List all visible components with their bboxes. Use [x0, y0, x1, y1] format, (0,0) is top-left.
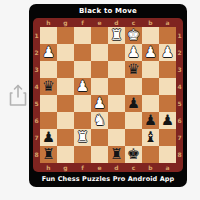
rank-label-7: 7 — [176, 129, 183, 146]
square-g3[interactable] — [57, 61, 74, 78]
rank-label-4: 4 — [176, 78, 183, 95]
file-labels-top: hgfedcba — [40, 18, 176, 27]
square-h8[interactable]: ♜ — [40, 146, 57, 163]
square-g5[interactable] — [57, 95, 74, 112]
square-c1[interactable]: ♚ — [125, 27, 142, 44]
square-a3[interactable] — [159, 61, 176, 78]
file-label-h: h — [40, 163, 57, 172]
square-h2[interactable]: ♟ — [40, 44, 57, 61]
rank-label-5: 5 — [33, 95, 40, 112]
square-d7[interactable] — [108, 129, 125, 146]
piece-black-pawn-h7[interactable]: ♟ — [40, 129, 57, 146]
square-d5[interactable] — [108, 95, 125, 112]
square-e2[interactable] — [91, 44, 108, 61]
rank-label-1: 1 — [176, 27, 183, 44]
square-d4[interactable] — [108, 78, 125, 95]
file-label-c: c — [125, 163, 142, 172]
square-d6[interactable] — [108, 112, 125, 129]
square-c7[interactable] — [125, 129, 142, 146]
square-f3[interactable] — [74, 61, 91, 78]
file-label-b: b — [142, 18, 159, 27]
rank-label-7: 7 — [33, 129, 40, 146]
square-e3[interactable] — [91, 61, 108, 78]
square-e6[interactable]: ♞ — [91, 112, 108, 129]
piece-black-bishop-b7[interactable]: ♝ — [142, 129, 159, 146]
square-a4[interactable] — [159, 78, 176, 95]
square-b5[interactable] — [142, 95, 159, 112]
piece-black-queen-c3[interactable]: ♛ — [125, 61, 142, 78]
file-label-b: b — [142, 163, 159, 172]
square-d2[interactable] — [108, 44, 125, 61]
square-c8[interactable]: ♚ — [125, 146, 142, 163]
piece-white-pawn-b2[interactable]: ♟ — [142, 44, 159, 61]
square-f8[interactable] — [74, 146, 91, 163]
square-g7[interactable] — [57, 129, 74, 146]
square-h3[interactable] — [40, 61, 57, 78]
chess-board: ♜♚♟♟♟♟♛♛♟♟♟♞♟♟♟♜♝♜♜♚ — [40, 27, 176, 163]
piece-white-knight-e6[interactable]: ♞ — [91, 112, 108, 129]
frame-corner — [33, 163, 40, 172]
square-h7[interactable]: ♟ — [40, 129, 57, 146]
square-c5[interactable]: ♟ — [125, 95, 142, 112]
square-b2[interactable]: ♟ — [142, 44, 159, 61]
frame-corner — [176, 18, 183, 27]
square-b1[interactable] — [142, 27, 159, 44]
square-b3[interactable] — [142, 61, 159, 78]
square-a8[interactable] — [159, 146, 176, 163]
square-c2[interactable]: ♟ — [125, 44, 142, 61]
piece-black-pawn-a6[interactable]: ♟ — [159, 112, 176, 129]
rank-label-3: 3 — [176, 61, 183, 78]
square-c3[interactable]: ♛ — [125, 61, 142, 78]
square-a2[interactable]: ♟ — [159, 44, 176, 61]
piece-black-queen-h4[interactable]: ♛ — [40, 78, 57, 95]
piece-white-pawn-e5[interactable]: ♟ — [91, 95, 108, 112]
file-labels-bottom: hgfedcba — [40, 163, 176, 172]
file-label-a: a — [159, 163, 176, 172]
frame-corner — [33, 18, 40, 27]
rank-label-1: 1 — [33, 27, 40, 44]
square-a6[interactable]: ♟ — [159, 112, 176, 129]
file-label-f: f — [74, 18, 91, 27]
square-e5[interactable]: ♟ — [91, 95, 108, 112]
square-g6[interactable] — [57, 112, 74, 129]
square-h6[interactable] — [40, 112, 57, 129]
square-f2[interactable] — [74, 44, 91, 61]
square-h4[interactable]: ♛ — [40, 78, 57, 95]
square-h5[interactable] — [40, 95, 57, 112]
file-label-e: e — [91, 18, 108, 27]
file-label-g: g — [57, 18, 74, 27]
file-label-c: c — [125, 18, 142, 27]
share-icon[interactable] — [8, 83, 28, 107]
rank-label-8: 8 — [33, 146, 40, 163]
square-d3[interactable] — [108, 61, 125, 78]
square-a7[interactable] — [159, 129, 176, 146]
square-c4[interactable] — [125, 78, 142, 95]
rank-labels-right: 12345678 — [176, 27, 183, 163]
piece-white-pawn-c2[interactable]: ♟ — [125, 44, 142, 61]
square-g2[interactable] — [57, 44, 74, 61]
piece-black-pawn-c5[interactable]: ♟ — [125, 95, 142, 112]
piece-white-pawn-a2[interactable]: ♟ — [159, 44, 176, 61]
square-d8[interactable]: ♜ — [108, 146, 125, 163]
rank-label-6: 6 — [176, 112, 183, 129]
file-label-d: d — [108, 163, 125, 172]
file-label-a: a — [159, 18, 176, 27]
rank-label-4: 4 — [33, 78, 40, 95]
piece-white-pawn-f4[interactable]: ♟ — [74, 78, 91, 95]
file-label-f: f — [74, 163, 91, 172]
rank-label-5: 5 — [176, 95, 183, 112]
file-label-e: e — [91, 163, 108, 172]
square-g4[interactable] — [57, 78, 74, 95]
frame-corner — [176, 163, 183, 172]
square-f7[interactable]: ♜ — [74, 129, 91, 146]
square-a1[interactable] — [159, 27, 176, 44]
piece-white-rook-f7[interactable]: ♜ — [74, 129, 91, 146]
rank-label-6: 6 — [33, 112, 40, 129]
file-label-d: d — [108, 18, 125, 27]
square-d1[interactable]: ♜ — [108, 27, 125, 44]
square-e7[interactable] — [91, 129, 108, 146]
square-f6[interactable] — [74, 112, 91, 129]
status-bar-side-to-move: Black to Move — [29, 4, 187, 18]
file-label-h: h — [40, 18, 57, 27]
rank-label-8: 8 — [176, 146, 183, 163]
square-g1[interactable] — [57, 27, 74, 44]
square-g8[interactable] — [57, 146, 74, 163]
square-e4[interactable] — [91, 78, 108, 95]
rank-labels-left: 12345678 — [33, 27, 40, 163]
file-label-g: g — [57, 163, 74, 172]
rank-label-3: 3 — [33, 61, 40, 78]
square-c6[interactable] — [125, 112, 142, 129]
square-f1[interactable] — [74, 27, 91, 44]
app-title-bar: Fun Chess Puzzles Pro Android App — [29, 172, 187, 187]
piece-white-king-c1[interactable]: ♚ — [125, 27, 142, 44]
piece-black-pawn-b6[interactable]: ♟ — [142, 112, 159, 129]
square-b4[interactable] — [142, 78, 159, 95]
piece-black-king-c8[interactable]: ♚ — [125, 146, 142, 163]
chess-app-window: Black to Move hgfedcba 12345678 ♜♚♟♟♟♟♛♛… — [29, 4, 187, 187]
square-b7[interactable]: ♝ — [142, 129, 159, 146]
square-h1[interactable] — [40, 27, 57, 44]
rank-label-2: 2 — [176, 44, 183, 61]
square-b6[interactable]: ♟ — [142, 112, 159, 129]
square-e8[interactable] — [91, 146, 108, 163]
square-b8[interactable] — [142, 146, 159, 163]
piece-white-rook-d1[interactable]: ♜ — [108, 27, 125, 44]
piece-white-pawn-h2[interactable]: ♟ — [40, 44, 57, 61]
chess-board-frame: hgfedcba 12345678 ♜♚♟♟♟♟♛♛♟♟♟♞♟♟♟♜♝♜♜♚ 1… — [33, 18, 183, 172]
square-a5[interactable] — [159, 95, 176, 112]
piece-black-rook-d8[interactable]: ♜ — [108, 146, 125, 163]
square-f4[interactable]: ♟ — [74, 78, 91, 95]
square-f5[interactable] — [74, 95, 91, 112]
piece-black-rook-h8[interactable]: ♜ — [40, 146, 57, 163]
rank-label-2: 2 — [33, 44, 40, 61]
square-e1[interactable] — [91, 27, 108, 44]
